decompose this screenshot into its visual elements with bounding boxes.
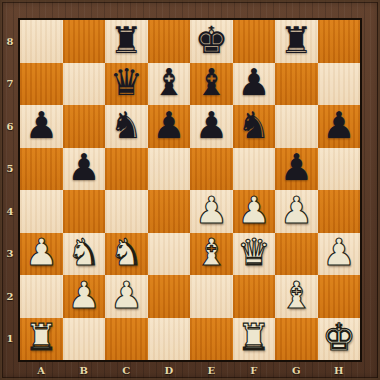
black-pawn[interactable]: ♟ (67, 149, 100, 186)
white-bishop[interactable]: ♝ (280, 277, 313, 314)
black-pawn[interactable]: ♟ (322, 107, 355, 144)
white-pawn[interactable]: ♟ (25, 234, 58, 271)
black-pawn[interactable]: ♟ (152, 107, 185, 144)
square-h6[interactable]: ♟ (318, 105, 361, 148)
file-label-e: E (190, 360, 233, 380)
square-d2[interactable] (148, 275, 191, 318)
square-b2[interactable]: ♟ (63, 275, 106, 318)
square-h7[interactable] (318, 63, 361, 106)
rank-label-2: 2 (0, 275, 20, 318)
file-label-f: F (233, 360, 276, 380)
black-pawn[interactable]: ♟ (25, 107, 58, 144)
square-c6[interactable]: ♞ (105, 105, 148, 148)
white-pawn[interactable]: ♟ (237, 192, 270, 229)
square-g8[interactable]: ♜ (275, 20, 318, 63)
square-c1[interactable] (105, 318, 148, 361)
file-label-text: D (164, 365, 173, 376)
square-h2[interactable] (318, 275, 361, 318)
square-h1[interactable]: ♚ (318, 318, 361, 361)
chess-board: ♜♚♜♛♝♝♟♟♞♟♟♞♟♟♟♟♟♟♟♞♞♝♛♟♟♟♝♜♜♚ (20, 20, 360, 360)
white-rook[interactable]: ♜ (237, 319, 270, 356)
rank-label-text: 1 (7, 333, 14, 344)
square-h5[interactable] (318, 148, 361, 191)
rank-label-text: 3 (7, 248, 14, 259)
black-pawn[interactable]: ♟ (237, 64, 270, 101)
square-a2[interactable] (20, 275, 63, 318)
square-b1[interactable] (63, 318, 106, 361)
square-f6[interactable]: ♞ (233, 105, 276, 148)
file-label-c: C (105, 360, 148, 380)
square-d6[interactable]: ♟ (148, 105, 191, 148)
rank-label-text: 7 (7, 78, 14, 89)
square-f1[interactable]: ♜ (233, 318, 276, 361)
white-knight[interactable]: ♞ (67, 234, 100, 271)
square-d1[interactable] (148, 318, 191, 361)
file-label-h: H (318, 360, 361, 380)
square-e6[interactable]: ♟ (190, 105, 233, 148)
square-f7[interactable]: ♟ (233, 63, 276, 106)
square-g7[interactable] (275, 63, 318, 106)
square-c3[interactable]: ♞ (105, 233, 148, 276)
square-f2[interactable] (233, 275, 276, 318)
square-g5[interactable]: ♟ (275, 148, 318, 191)
square-e8[interactable]: ♚ (190, 20, 233, 63)
white-knight[interactable]: ♞ (110, 234, 143, 271)
file-label-text: E (207, 365, 215, 376)
square-a6[interactable]: ♟ (20, 105, 63, 148)
square-d4[interactable] (148, 190, 191, 233)
rank-label-5: 5 (0, 148, 20, 191)
square-g4[interactable]: ♟ (275, 190, 318, 233)
square-h3[interactable]: ♟ (318, 233, 361, 276)
black-king[interactable]: ♚ (195, 22, 228, 59)
square-b4[interactable] (63, 190, 106, 233)
square-b6[interactable] (63, 105, 106, 148)
file-label-text: C (122, 365, 130, 376)
file-label-text: F (250, 365, 257, 376)
black-pawn[interactable]: ♟ (195, 107, 228, 144)
square-f3[interactable]: ♛ (233, 233, 276, 276)
white-pawn[interactable]: ♟ (67, 277, 100, 314)
rank-label-6: 6 (0, 105, 20, 148)
square-e4[interactable]: ♟ (190, 190, 233, 233)
square-h8[interactable] (318, 20, 361, 63)
file-label-text: A (37, 365, 45, 376)
white-bishop[interactable]: ♝ (195, 234, 228, 271)
rank-label-text: 6 (7, 121, 14, 132)
white-rook[interactable]: ♜ (25, 319, 58, 356)
square-a5[interactable] (20, 148, 63, 191)
black-rook[interactable]: ♜ (280, 22, 313, 59)
square-f5[interactable] (233, 148, 276, 191)
file-label-a: A (20, 360, 63, 380)
chess-board-frame: 87654321 ABCDEFGH ♜♚♜♛♝♝♟♟♞♟♟♞♟♟♟♟♟♟♟♞♞♝… (0, 0, 380, 380)
square-d7[interactable]: ♝ (148, 63, 191, 106)
square-e3[interactable]: ♝ (190, 233, 233, 276)
rank-label-4: 4 (0, 190, 20, 233)
white-pawn[interactable]: ♟ (195, 192, 228, 229)
white-pawn[interactable]: ♟ (322, 234, 355, 271)
square-a8[interactable] (20, 20, 63, 63)
black-pawn[interactable]: ♟ (280, 149, 313, 186)
black-queen[interactable]: ♛ (110, 64, 143, 101)
square-d8[interactable] (148, 20, 191, 63)
white-queen[interactable]: ♛ (237, 234, 270, 271)
square-c5[interactable] (105, 148, 148, 191)
square-c7[interactable]: ♛ (105, 63, 148, 106)
black-bishop[interactable]: ♝ (152, 64, 185, 101)
square-f4[interactable]: ♟ (233, 190, 276, 233)
square-a3[interactable]: ♟ (20, 233, 63, 276)
square-b3[interactable]: ♞ (63, 233, 106, 276)
file-label-text: H (334, 365, 343, 376)
file-label-b: B (63, 360, 106, 380)
square-f8[interactable] (233, 20, 276, 63)
square-g3[interactable] (275, 233, 318, 276)
white-king[interactable]: ♚ (322, 319, 355, 356)
square-a7[interactable] (20, 63, 63, 106)
square-a1[interactable]: ♜ (20, 318, 63, 361)
black-knight[interactable]: ♞ (110, 107, 143, 144)
square-d3[interactable] (148, 233, 191, 276)
square-e7[interactable]: ♝ (190, 63, 233, 106)
file-label-d: D (148, 360, 191, 380)
rank-label-text: 4 (7, 206, 14, 217)
square-c8[interactable]: ♜ (105, 20, 148, 63)
white-pawn[interactable]: ♟ (110, 277, 143, 314)
black-bishop[interactable]: ♝ (195, 64, 228, 101)
white-pawn[interactable]: ♟ (280, 192, 313, 229)
square-b5[interactable]: ♟ (63, 148, 106, 191)
rank-label-text: 2 (7, 291, 14, 302)
rank-label-text: 5 (7, 163, 14, 174)
rank-label-text: 8 (7, 36, 14, 47)
file-label-text: B (80, 365, 88, 376)
square-c2[interactable]: ♟ (105, 275, 148, 318)
rank-label-8: 8 (0, 20, 20, 63)
rank-label-1: 1 (0, 318, 20, 361)
file-label-g: G (275, 360, 318, 380)
rank-labels: 87654321 (0, 20, 20, 360)
square-a4[interactable] (20, 190, 63, 233)
square-e1[interactable] (190, 318, 233, 361)
file-labels: ABCDEFGH (20, 360, 360, 380)
square-g6[interactable] (275, 105, 318, 148)
square-h4[interactable] (318, 190, 361, 233)
rank-label-3: 3 (0, 233, 20, 276)
square-e5[interactable] (190, 148, 233, 191)
square-c4[interactable] (105, 190, 148, 233)
black-knight[interactable]: ♞ (237, 107, 270, 144)
square-e2[interactable] (190, 275, 233, 318)
file-label-text: G (292, 365, 301, 376)
square-b8[interactable] (63, 20, 106, 63)
rank-label-7: 7 (0, 63, 20, 106)
square-g1[interactable] (275, 318, 318, 361)
square-d5[interactable] (148, 148, 191, 191)
square-b7[interactable] (63, 63, 106, 106)
black-rook[interactable]: ♜ (110, 22, 143, 59)
square-g2[interactable]: ♝ (275, 275, 318, 318)
